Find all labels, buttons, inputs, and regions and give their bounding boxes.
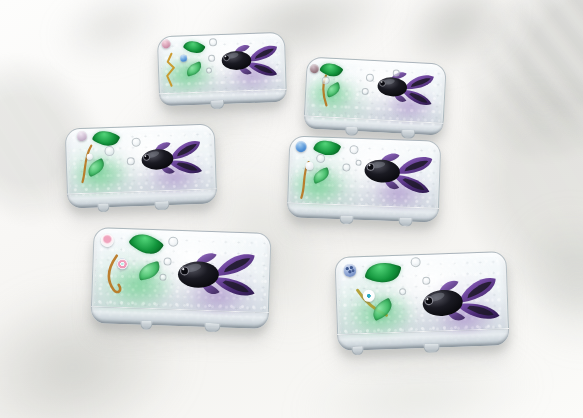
goldfish (137, 135, 208, 182)
glass-foot (97, 203, 109, 212)
glass-foot (140, 321, 152, 330)
glass-foot (340, 215, 354, 224)
black-goldfish (418, 274, 506, 330)
goldfish (174, 248, 262, 302)
photo-of-glass-goldfish-brooches (0, 0, 583, 418)
black-goldfish (360, 148, 438, 198)
glass-piece-5 (90, 227, 271, 329)
goldfish (359, 146, 439, 199)
black-goldfish (219, 40, 284, 81)
black-goldfish (174, 247, 264, 304)
tulip-flower-bead (76, 131, 86, 141)
black-goldfish (138, 136, 207, 180)
glass-foot (401, 129, 415, 139)
glass-foot (399, 217, 413, 226)
glass-foot (210, 100, 224, 109)
glass-piece-6 (334, 251, 509, 351)
black-goldfish (373, 67, 439, 109)
glass-foot (154, 201, 169, 211)
glass-piece-1 (157, 32, 287, 106)
glass-piece-3 (65, 123, 218, 208)
glass-foot (204, 323, 220, 333)
goldfish (219, 41, 283, 80)
glass-piece-4 (287, 135, 442, 222)
glass-foot (424, 343, 440, 353)
goldfish (373, 66, 440, 110)
glass-piece-2 (303, 56, 447, 135)
glass-foot (345, 126, 358, 136)
glass-foot (351, 346, 363, 355)
